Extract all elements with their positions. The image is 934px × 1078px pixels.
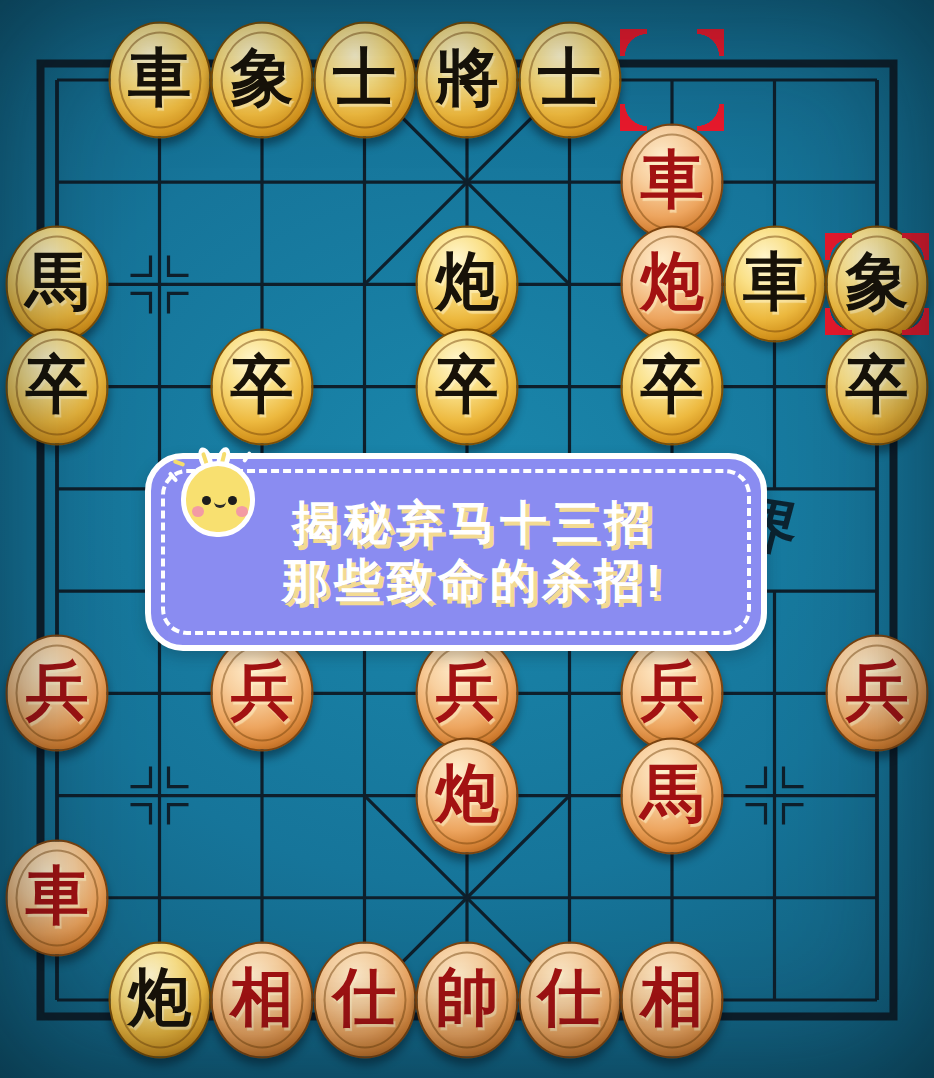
- piece-black-炮[interactable]: 炮: [108, 941, 211, 1058]
- piece-glyph: 帥: [436, 966, 499, 1029]
- chick-mascot-icon: [181, 455, 253, 529]
- piece-glyph: 車: [743, 251, 806, 314]
- piece-red-仕[interactable]: 仕: [518, 941, 621, 1058]
- piece-glyph: 兵: [641, 660, 704, 723]
- piece-black-卒[interactable]: 卒: [621, 328, 724, 445]
- piece-glyph: 馬: [26, 251, 89, 314]
- piece-black-象[interactable]: 象: [211, 22, 314, 139]
- mascot-face: [181, 461, 255, 537]
- piece-black-將[interactable]: 將: [416, 22, 519, 139]
- mascot-cheek-icon: [236, 506, 248, 517]
- piece-red-仕[interactable]: 仕: [313, 941, 416, 1058]
- banner-line-2: 那些致命的杀招!: [282, 555, 667, 607]
- piece-glyph: 炮: [436, 251, 499, 314]
- piece-black-卒[interactable]: 卒: [6, 328, 109, 445]
- piece-glyph: 卒: [641, 353, 704, 416]
- piece-glyph: 象: [231, 47, 294, 110]
- piece-glyph: 兵: [436, 660, 499, 723]
- piece-black-士[interactable]: 士: [518, 22, 621, 139]
- mascot-eye-icon: [228, 496, 237, 505]
- piece-glyph: 馬: [641, 762, 704, 825]
- mascot-eye-icon: [202, 496, 211, 505]
- piece-glyph: 兵: [846, 660, 909, 723]
- piece-red-車[interactable]: 車: [621, 124, 724, 241]
- mascot-smile-icon: [214, 496, 226, 508]
- piece-black-卒[interactable]: 卒: [211, 328, 314, 445]
- piece-red-車[interactable]: 車: [6, 839, 109, 956]
- xiangqi-game-screenshot: 界 車象士將士車馬炮炮車象卒卒卒卒卒兵兵兵兵兵炮馬車炮相仕帥仕相 揭秘弃马十三招…: [0, 0, 934, 1078]
- piece-black-車[interactable]: 車: [723, 226, 826, 343]
- piece-black-士[interactable]: 士: [313, 22, 416, 139]
- piece-glyph: 炮: [436, 762, 499, 825]
- piece-black-象[interactable]: 象: [826, 226, 929, 343]
- piece-glyph: 仕: [538, 966, 601, 1029]
- piece-red-炮[interactable]: 炮: [621, 226, 724, 343]
- piece-glyph: 士: [333, 47, 396, 110]
- piece-glyph: 車: [128, 47, 191, 110]
- piece-glyph: 卒: [436, 353, 499, 416]
- piece-red-相[interactable]: 相: [211, 941, 314, 1058]
- piece-red-兵[interactable]: 兵: [416, 635, 519, 752]
- piece-glyph: 車: [641, 149, 704, 212]
- piece-red-炮[interactable]: 炮: [416, 737, 519, 854]
- piece-black-卒[interactable]: 卒: [416, 328, 519, 445]
- piece-red-兵[interactable]: 兵: [211, 635, 314, 752]
- piece-glyph: 兵: [231, 660, 294, 723]
- piece-red-馬[interactable]: 馬: [621, 737, 724, 854]
- piece-glyph: 兵: [26, 660, 89, 723]
- piece-red-兵[interactable]: 兵: [826, 635, 929, 752]
- piece-red-兵[interactable]: 兵: [621, 635, 724, 752]
- piece-glyph: 卒: [846, 353, 909, 416]
- piece-glyph: 將: [436, 47, 499, 110]
- mascot-cheek-icon: [192, 506, 204, 517]
- piece-glyph: 仕: [333, 966, 396, 1029]
- piece-glyph: 卒: [26, 353, 89, 416]
- piece-glyph: 相: [641, 966, 704, 1029]
- piece-glyph: 相: [231, 966, 294, 1029]
- piece-black-卒[interactable]: 卒: [826, 328, 929, 445]
- piece-black-馬[interactable]: 馬: [6, 226, 109, 343]
- piece-red-相[interactable]: 相: [621, 941, 724, 1058]
- piece-glyph: 炮: [641, 251, 704, 314]
- piece-glyph: 象: [846, 251, 909, 314]
- piece-black-車[interactable]: 車: [108, 22, 211, 139]
- banner-line-1: 揭秘弃马十三招: [292, 497, 656, 549]
- piece-red-兵[interactable]: 兵: [6, 635, 109, 752]
- piece-black-炮[interactable]: 炮: [416, 226, 519, 343]
- piece-glyph: 炮: [128, 966, 191, 1029]
- piece-glyph: 車: [26, 864, 89, 927]
- piece-glyph: 卒: [231, 353, 294, 416]
- piece-red-帥[interactable]: 帥: [416, 941, 519, 1058]
- piece-glyph: 士: [538, 47, 601, 110]
